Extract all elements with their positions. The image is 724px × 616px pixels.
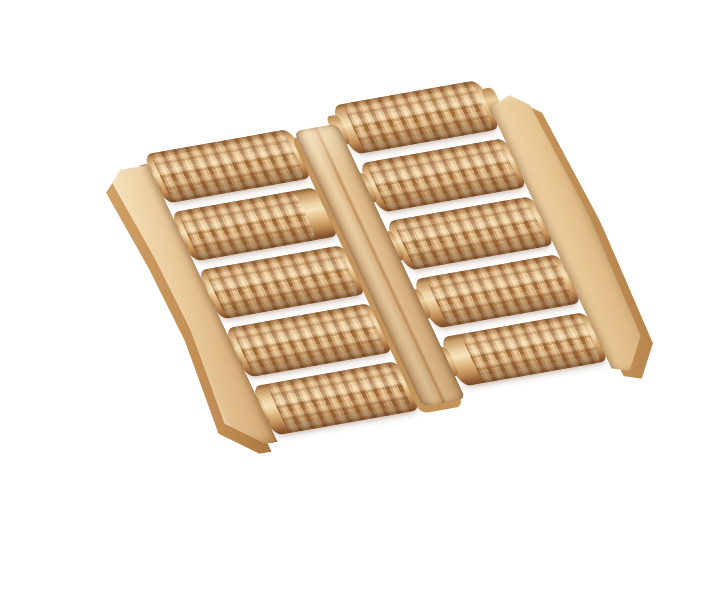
roller-ridges xyxy=(204,246,361,319)
roller-ridges xyxy=(460,313,603,383)
roller-ridges xyxy=(425,255,576,327)
roller-ridges xyxy=(365,139,522,212)
roller-ridges xyxy=(177,191,318,261)
product-photo xyxy=(0,0,724,616)
roller-ridges xyxy=(266,362,415,433)
roller-ridges xyxy=(342,81,495,153)
foot-massager xyxy=(107,97,660,448)
roller-ridges xyxy=(150,130,307,203)
roller-ridges xyxy=(392,197,549,270)
roller-ridges xyxy=(231,304,388,377)
